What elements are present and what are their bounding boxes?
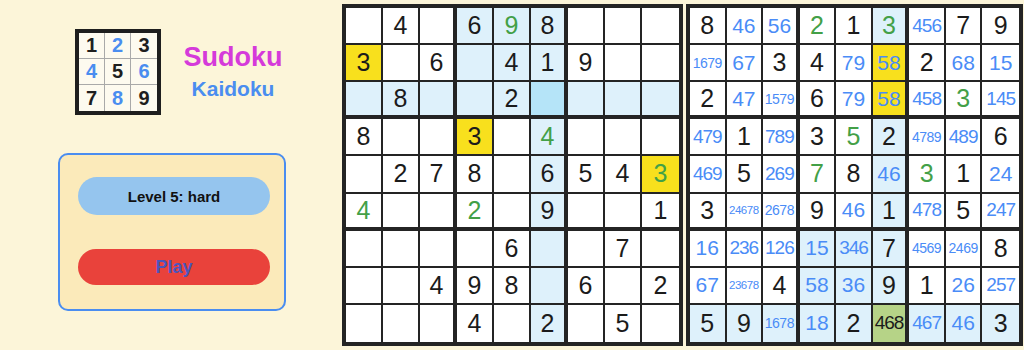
cell-r7c3[interactable] [420, 231, 457, 268]
cell-r8c8[interactable] [605, 268, 642, 305]
cell-r1c8[interactable] [605, 8, 642, 45]
cell-r2c8[interactable] [605, 45, 642, 82]
cell-r6c6[interactable]: 1 [873, 194, 910, 231]
cell-r1c7[interactable]: 456 [909, 8, 946, 45]
cell-r4c8[interactable]: 489 [946, 119, 983, 156]
cell-r8c4[interactable]: 58 [800, 268, 837, 305]
cell-r5c8[interactable]: 4 [605, 156, 642, 193]
cell-r8c7[interactable]: 6 [568, 268, 605, 305]
cell-r4c6[interactable]: 4 [531, 119, 568, 156]
cell-r5c9[interactable]: 3 [642, 156, 679, 193]
cell-r1c2[interactable]: 4 [383, 8, 420, 45]
cell-r1c6[interactable]: 8 [531, 8, 568, 45]
cell-r1c5[interactable]: 1 [836, 8, 873, 45]
cell-r3c1[interactable]: 2 [690, 82, 727, 119]
cell-r3c9[interactable] [642, 82, 679, 119]
cell-r9c3[interactable] [420, 305, 457, 342]
cell-r7c2[interactable] [383, 231, 420, 268]
cell-r4c1[interactable]: 479 [690, 119, 727, 156]
cell-r6c7[interactable] [568, 194, 605, 231]
cell-r2c2[interactable] [383, 45, 420, 82]
cell-r5c7[interactable]: 5 [568, 156, 605, 193]
cell-r7c6[interactable]: 7 [873, 231, 910, 268]
logo-digit: 3 [131, 33, 157, 59]
cell-r2c1[interactable]: 1679 [690, 45, 727, 82]
cell-r6c3[interactable] [420, 194, 457, 231]
cell-r8c6[interactable]: 9 [873, 268, 910, 305]
cell-r8c2[interactable]: 23678 [727, 268, 764, 305]
cell-r4c4[interactable]: 3 [800, 119, 837, 156]
cell-r5c4[interactable]: 7 [800, 156, 837, 193]
cell-r4c2[interactable]: 1 [727, 119, 764, 156]
cell-r6c9[interactable]: 1 [642, 194, 679, 231]
cell-r1c4[interactable]: 6 [457, 8, 494, 45]
logo-digit: 8 [105, 85, 131, 111]
cell-r5c9[interactable]: 24 [982, 156, 1019, 193]
app-title: Sudoku [168, 41, 298, 73]
cell-r1c5[interactable]: 9 [494, 8, 531, 45]
cell-r5c2[interactable]: 5 [727, 156, 764, 193]
logo-digit: 9 [131, 85, 157, 111]
cell-r7c7[interactable] [568, 231, 605, 268]
cell-r7c1[interactable] [346, 231, 383, 268]
cell-r3c2[interactable]: 47 [727, 82, 764, 119]
cell-r9c7[interactable]: 467 [909, 305, 946, 342]
cell-r4c3[interactable]: 789 [763, 119, 800, 156]
cell-r4c7[interactable] [568, 119, 605, 156]
cell-r2c7[interactable]: 9 [568, 45, 605, 82]
cell-r9c7[interactable] [568, 305, 605, 342]
cell-r2c1[interactable]: 3 [346, 45, 383, 82]
cell-r6c1[interactable]: 4 [346, 194, 383, 231]
cell-r8c6[interactable] [531, 268, 568, 305]
cell-r2c2[interactable]: 67 [727, 45, 764, 82]
cell-r9c4[interactable]: 18 [800, 305, 837, 342]
app-screen: 123456789 Sudoku Kaidoku Level 5: hard P… [0, 0, 1024, 350]
cell-r3c4[interactable]: 6 [800, 82, 837, 119]
cell-r8c4[interactable]: 9 [457, 268, 494, 305]
cell-r9c8[interactable]: 46 [946, 305, 983, 342]
cell-r8c9[interactable]: 2 [642, 268, 679, 305]
cell-r4c1[interactable]: 8 [346, 119, 383, 156]
cell-r2c4[interactable] [457, 45, 494, 82]
cell-r2c4[interactable]: 4 [800, 45, 837, 82]
cell-r3c3[interactable]: 1579 [763, 82, 800, 119]
cell-r3c9[interactable]: 145 [982, 82, 1019, 119]
logo-digit: 5 [105, 59, 131, 85]
cell-r6c4[interactable]: 9 [800, 194, 837, 231]
cell-r3c8[interactable]: 3 [946, 82, 983, 119]
app-logo-grid: 123456789 [75, 29, 161, 115]
cell-r3c2[interactable]: 8 [383, 82, 420, 119]
cell-r9c5[interactable] [494, 305, 531, 342]
right-sudoku-board: 8465621345679167967347958268152471579679… [686, 4, 1023, 346]
cell-r3c5[interactable]: 79 [836, 82, 873, 119]
cell-r7c7[interactable]: 4569 [909, 231, 946, 268]
cell-r7c5[interactable]: 346 [836, 231, 873, 268]
cell-r1c1[interactable] [346, 8, 383, 45]
cell-r8c7[interactable]: 1 [909, 268, 946, 305]
cell-r6c5[interactable]: 46 [836, 194, 873, 231]
cell-r1c7[interactable] [568, 8, 605, 45]
cell-r2c6[interactable]: 58 [873, 45, 910, 82]
cell-r4c5[interactable]: 5 [836, 119, 873, 156]
cell-r9c3[interactable]: 1678 [763, 305, 800, 342]
cell-r4c5[interactable] [494, 119, 531, 156]
cell-r5c8[interactable]: 1 [946, 156, 983, 193]
cell-r4c9[interactable]: 6 [982, 119, 1019, 156]
cell-r7c6[interactable] [531, 231, 568, 268]
menu-panel: Level 5: hard Play [58, 153, 286, 311]
cell-r6c3[interactable]: 2678 [763, 194, 800, 231]
cell-r8c3[interactable]: 4 [763, 268, 800, 305]
cell-r1c9[interactable]: 9 [982, 8, 1019, 45]
cell-r6c4[interactable]: 2 [457, 194, 494, 231]
play-button[interactable]: Play [78, 249, 270, 285]
cell-r2c3[interactable]: 6 [420, 45, 457, 82]
cell-r8c3[interactable]: 4 [420, 268, 457, 305]
left-sudoku-board: 46983641982834278654342916749862425 [342, 4, 683, 346]
cell-r1c1[interactable]: 8 [690, 8, 727, 45]
cell-r7c1[interactable]: 16 [690, 231, 727, 268]
cell-r3c7[interactable]: 458 [909, 82, 946, 119]
left-panel: 123456789 Sudoku Kaidoku Level 5: hard P… [0, 0, 342, 350]
cell-r5c1[interactable] [346, 156, 383, 193]
cell-r2c6[interactable]: 1 [531, 45, 568, 82]
cell-r7c2[interactable]: 236 [727, 231, 764, 268]
cell-r7c3[interactable]: 126 [763, 231, 800, 268]
cell-r3c7[interactable] [568, 82, 605, 119]
cell-r9c1[interactable]: 5 [690, 305, 727, 342]
cell-r5c3[interactable]: 269 [763, 156, 800, 193]
cell-r3c1[interactable] [346, 82, 383, 119]
logo-digit: 2 [105, 33, 131, 59]
cell-r9c9[interactable] [642, 305, 679, 342]
cell-r6c7[interactable]: 478 [909, 194, 946, 231]
cell-r2c7[interactable]: 2 [909, 45, 946, 82]
cell-r2c9[interactable]: 15 [982, 45, 1019, 82]
cell-r5c2[interactable]: 2 [383, 156, 420, 193]
logo-digit: 4 [79, 59, 105, 85]
cell-r5c6[interactable]: 46 [873, 156, 910, 193]
cell-r4c8[interactable] [605, 119, 642, 156]
cell-r1c4[interactable]: 2 [800, 8, 837, 45]
logo-digit: 1 [79, 33, 105, 59]
cell-r8c2[interactable] [383, 268, 420, 305]
cell-r7c8[interactable]: 2469 [946, 231, 983, 268]
cell-r8c1[interactable] [346, 268, 383, 305]
cell-r9c5[interactable]: 2 [836, 305, 873, 342]
logo-digit: 6 [131, 59, 157, 85]
cell-r7c5[interactable]: 6 [494, 231, 531, 268]
cell-r3c8[interactable] [605, 82, 642, 119]
cell-r8c5[interactable]: 8 [494, 268, 531, 305]
cell-r6c8[interactable]: 5 [946, 194, 983, 231]
cell-r5c6[interactable]: 6 [531, 156, 568, 193]
cell-r2c5[interactable]: 79 [836, 45, 873, 82]
cell-r1c3[interactable]: 56 [763, 8, 800, 45]
cell-r6c2[interactable] [383, 194, 420, 231]
cell-r6c5[interactable] [494, 194, 531, 231]
cell-r6c6[interactable]: 9 [531, 194, 568, 231]
cell-r8c9[interactable]: 257 [982, 268, 1019, 305]
cell-r6c9[interactable]: 247 [982, 194, 1019, 231]
cell-r1c3[interactable] [420, 8, 457, 45]
cell-r9c4[interactable]: 4 [457, 305, 494, 342]
cell-r4c3[interactable] [420, 119, 457, 156]
cell-r5c5[interactable]: 8 [836, 156, 873, 193]
cell-r4c9[interactable] [642, 119, 679, 156]
cell-r9c9[interactable]: 3 [982, 305, 1019, 342]
cell-r2c5[interactable]: 4 [494, 45, 531, 82]
cell-r4c4[interactable]: 3 [457, 119, 494, 156]
logo-digit: 7 [79, 85, 105, 111]
cell-r3c4[interactable] [457, 82, 494, 119]
cell-r8c1[interactable]: 67 [690, 268, 727, 305]
cell-r7c9[interactable]: 8 [982, 231, 1019, 268]
app-subtitle: Kaidoku [168, 73, 298, 105]
cell-r8c8[interactable]: 26 [946, 268, 983, 305]
cell-r9c2[interactable] [383, 305, 420, 342]
cell-r9c6[interactable]: 468 [873, 305, 910, 342]
cell-r2c8[interactable]: 68 [946, 45, 983, 82]
cell-r5c4[interactable]: 8 [457, 156, 494, 193]
cell-r3c6[interactable]: 58 [873, 82, 910, 119]
title-block: Sudoku Kaidoku [168, 41, 298, 105]
cell-r5c3[interactable]: 7 [420, 156, 457, 193]
cell-r4c6[interactable]: 2 [873, 119, 910, 156]
cell-r7c4[interactable]: 15 [800, 231, 837, 268]
cell-r8c5[interactable]: 36 [836, 268, 873, 305]
cell-r1c9[interactable] [642, 8, 679, 45]
cell-r7c9[interactable] [642, 231, 679, 268]
cell-r5c7[interactable]: 3 [909, 156, 946, 193]
cell-r4c2[interactable] [383, 119, 420, 156]
cell-r6c1[interactable]: 3 [690, 194, 727, 231]
cell-r9c8[interactable]: 5 [605, 305, 642, 342]
cell-r9c6[interactable]: 2 [531, 305, 568, 342]
cell-r7c8[interactable]: 7 [605, 231, 642, 268]
cell-r9c1[interactable] [346, 305, 383, 342]
cell-r9c2[interactable]: 9 [727, 305, 764, 342]
cell-r3c3[interactable] [420, 82, 457, 119]
cell-r6c2[interactable]: 24678 [727, 194, 764, 231]
cell-r6c8[interactable] [605, 194, 642, 231]
cell-r3c6[interactable] [531, 82, 568, 119]
level-select-button[interactable]: Level 5: hard [78, 177, 270, 215]
cell-r5c1[interactable]: 469 [690, 156, 727, 193]
cell-r1c8[interactable]: 7 [946, 8, 983, 45]
cell-r1c2[interactable]: 46 [727, 8, 764, 45]
cell-r5c5[interactable] [494, 156, 531, 193]
cell-r2c3[interactable]: 3 [763, 45, 800, 82]
cell-r3c5[interactable]: 2 [494, 82, 531, 119]
cell-r1c6[interactable]: 3 [873, 8, 910, 45]
cell-r4c7[interactable]: 4789 [909, 119, 946, 156]
cell-r2c9[interactable] [642, 45, 679, 82]
cell-r7c4[interactable] [457, 231, 494, 268]
